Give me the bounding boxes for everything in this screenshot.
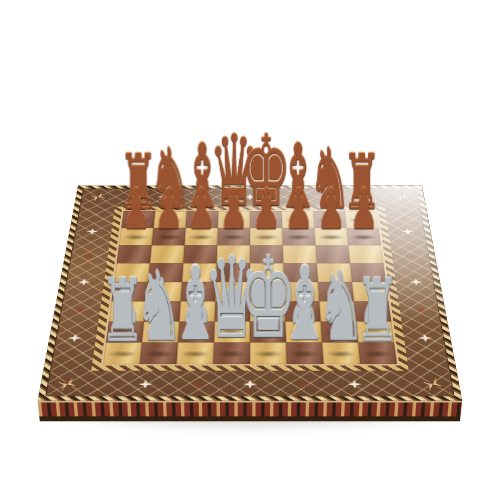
corner-pinwheel-inlay <box>52 375 82 393</box>
pieces-layer: ♜♞♝♛♚♝♞♜♟♟♟♟♟♟♟♟♟♟♟♟♟♟♟♟♜♞♝♛♚♝♞♜ <box>103 211 397 364</box>
red-flower-inlay <box>296 380 310 389</box>
pearl-star-inlay <box>401 228 414 235</box>
copper-pawn-glyph: ♟ <box>349 181 378 237</box>
corner-pinwheel-inlay <box>391 191 414 203</box>
silver-rook-glyph: ♜ <box>355 267 400 355</box>
copper-pawn-glyph: ♟ <box>187 181 216 237</box>
pearl-star-inlay <box>67 334 82 342</box>
red-flower-inlay <box>190 380 204 389</box>
copper-pawn-glyph: ♟ <box>154 181 183 237</box>
piece-silver-rook-h1[interactable]: ♜ <box>358 342 397 364</box>
pearl-star-inlay <box>347 380 362 389</box>
board-front-edge <box>38 401 463 422</box>
corner-pinwheel-inlay <box>419 375 446 393</box>
pearl-star-inlay <box>418 334 433 342</box>
red-flower-inlay <box>73 306 86 314</box>
copper-pawn-glyph: ♟ <box>252 181 281 237</box>
pearl-star-inlay <box>409 278 423 285</box>
chess-board: ♜♞♝♛♚♝♞♜♟♟♟♟♟♟♟♟♟♟♟♟♟♟♟♟♜♞♝♛♚♝♞♜ <box>38 186 463 401</box>
copper-pawn-glyph: ♟ <box>219 181 248 237</box>
pearl-star-inlay <box>77 278 91 285</box>
corner-pinwheel-inlay <box>86 191 111 203</box>
pearl-star-inlay <box>243 380 257 389</box>
pearl-star-inlay <box>138 380 153 389</box>
perspective-scene: ♜♞♝♛♚♝♞♜♟♟♟♟♟♟♟♟♟♟♟♟♟♟♟♟♜♞♝♛♚♝♞♜ <box>60 92 440 472</box>
red-flower-inlay <box>82 252 94 259</box>
copper-pawn-glyph: ♟ <box>284 181 313 237</box>
red-flower-inlay <box>414 306 427 314</box>
red-flower-inlay <box>406 252 418 259</box>
pearl-star-inlay <box>86 228 99 235</box>
copper-pawn-glyph: ♟ <box>317 181 346 237</box>
copper-pawn-glyph: ♟ <box>122 181 151 237</box>
